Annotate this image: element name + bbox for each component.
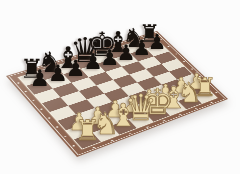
border-coordinate-dot [143, 37, 146, 38]
border-coordinate-dot [47, 117, 50, 119]
border-coordinate-dot [43, 66, 46, 68]
border-coordinate-dot [55, 126, 58, 128]
border-coordinate-dot [32, 99, 35, 101]
border-coordinate-dot [25, 72, 28, 74]
border-coordinate-dot [198, 76, 201, 78]
border-coordinate-dot [78, 56, 81, 58]
board-squares-grid [19, 37, 217, 149]
border-coordinate-dot [190, 68, 193, 70]
chess-photo-scene: ♜♞♟♝♟♚♟♛♟♝♟♞♟♜♟♟♟♟♜♟♞♟♝♟♚♟♛♟♝♟♞♜ [0, 0, 240, 174]
border-coordinate-dot [210, 102, 213, 104]
border-coordinate-dot [17, 82, 20, 84]
border-coordinate-dot [110, 139, 113, 141]
border-coordinate-dot [128, 133, 131, 135]
border-coordinate-dot [24, 91, 27, 93]
border-coordinate-dot [95, 51, 98, 53]
border-coordinate-dot [215, 92, 218, 94]
chess-board [6, 31, 228, 157]
border-coordinate-dot [206, 84, 209, 86]
border-coordinate-dot [64, 135, 67, 137]
border-coordinate-dot [61, 61, 64, 63]
border-coordinate-dot [146, 126, 149, 128]
border-coordinate-dot [175, 53, 178, 54]
border-coordinate-dot [127, 41, 130, 42]
border-coordinate-dot [162, 120, 165, 122]
border-coordinate-dot [92, 146, 95, 148]
border-coordinate-dot [183, 61, 186, 63]
board-shadow-wrapper [0, 0, 240, 174]
border-coordinate-dot [72, 145, 75, 147]
border-coordinate-dot [167, 46, 170, 47]
border-coordinate-dot [39, 108, 42, 110]
border-coordinate-dot [159, 39, 162, 40]
border-coordinate-dot [194, 108, 197, 110]
border-coordinate-dot [179, 114, 182, 116]
border-coordinate-dot [111, 46, 114, 47]
